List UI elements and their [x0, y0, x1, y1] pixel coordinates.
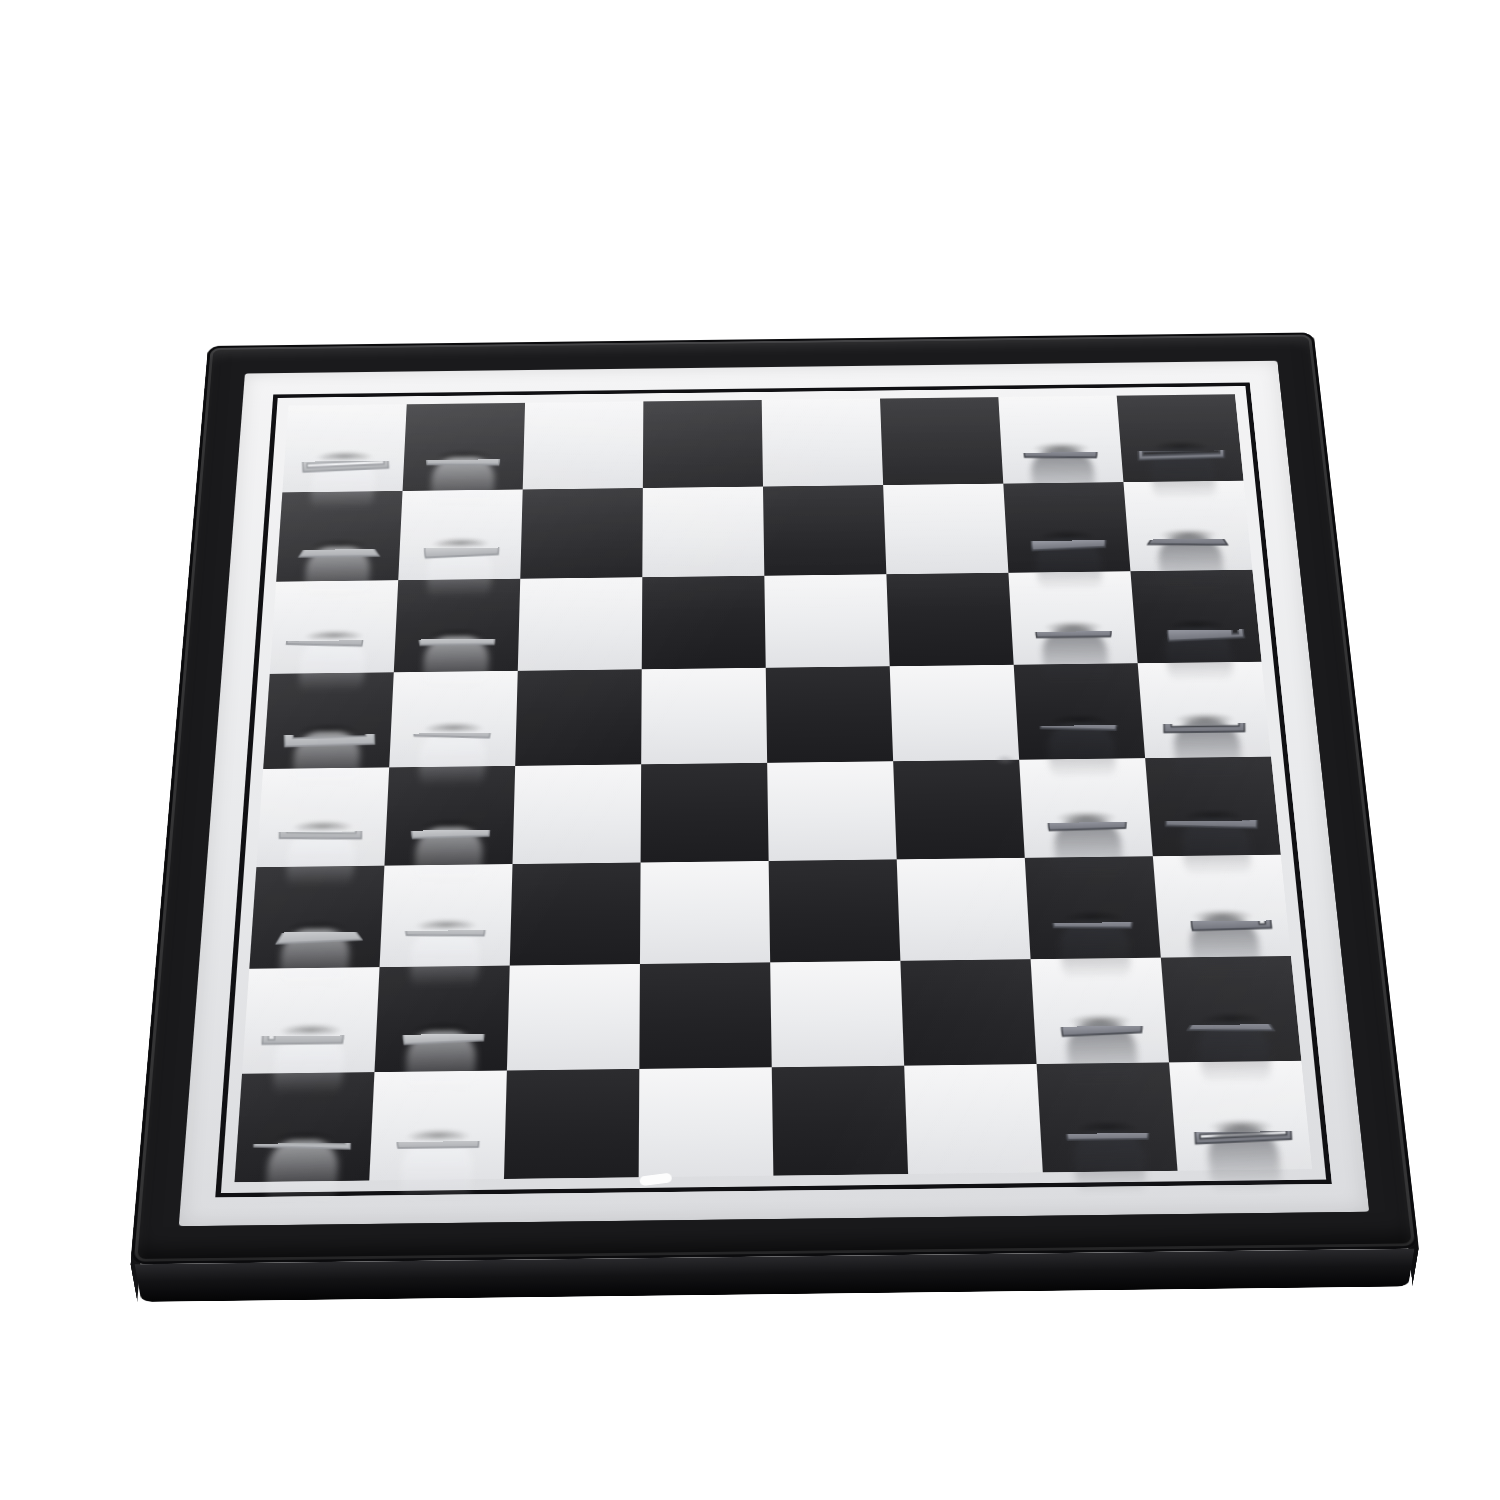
piece-reflection [422, 636, 489, 701]
piece-reflection [1149, 448, 1217, 509]
chess-board: ♜♟♟♜♝♟♟♝♞♟♟♞♚♟♟♛♛♟♟♚♝♟♟♞♞♟♟♝♜♟♟♜ [130, 332, 1418, 1264]
piece-reflection [430, 457, 495, 518]
piece-reflection [1157, 536, 1226, 598]
perspective-stage: ♜♟♟♜♝♟♟♝♞♟♟♞♚♟♟♛♛♟♟♚♝♟♟♞♞♟♟♝♜♟♟♜ [0, 0, 1500, 1500]
pieces-layer: ♜♟♟♜♝♟♟♝♞♟♟♞♚♟♟♛♛♟♟♚♝♟♟♞♞♟♟♝♜♟♟♜ [235, 394, 1313, 1182]
piece-reflection [426, 545, 492, 608]
piece-reflection [309, 458, 375, 519]
piece-reflection [1041, 628, 1110, 692]
piece-reflection [1035, 537, 1103, 600]
piece-wP-r7c1: ♟ [371, 1141, 505, 1143]
piece-bP-r7c6: ♟ [1041, 1133, 1175, 1135]
piece-reflection [303, 546, 371, 609]
piece-bR-r7c7: ♜ [1175, 1131, 1309, 1133]
product-photo-canvas: ♜♟♟♜♝♟♟♝♞♟♟♞♚♟♟♛♛♟♟♚♝♟♟♞♞♟♟♝♜♟♟♜ [0, 0, 1500, 1500]
white-rook-icon: ♜ [225, 1003, 381, 1176]
piece-reflection [1030, 449, 1097, 510]
piece-wR-r7c0: ♜ [237, 1142, 371, 1144]
